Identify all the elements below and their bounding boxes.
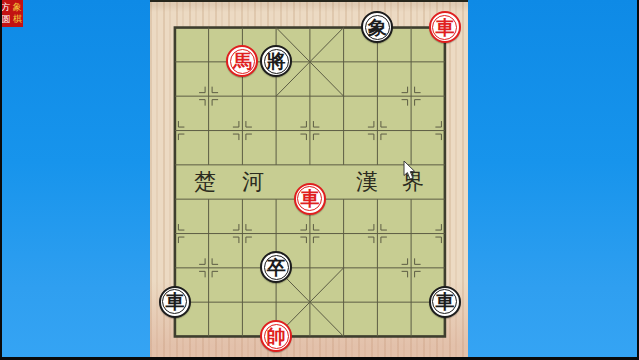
video-edge-left [0, 0, 2, 360]
piece-character: 車 [435, 18, 454, 37]
piece-character: 馬 [233, 52, 252, 71]
piece-character: 象 [368, 18, 387, 37]
piece-character: 車 [435, 292, 454, 311]
piece-character: 將 [267, 52, 286, 71]
mouse-cursor-icon [403, 161, 416, 180]
logo-char: 方 [1, 3, 10, 12]
piece-character: 車 [165, 292, 184, 311]
piece-red-general[interactable]: 帥 [260, 320, 292, 352]
piece-black-chariot-a[interactable]: 車 [159, 286, 191, 318]
logo-char: 象 [13, 3, 22, 12]
piece-grid: 象車馬將車卒車車帥 [158, 10, 462, 353]
intersection-f4-r2: 將 [259, 44, 293, 78]
intersection-f4-r8: 卒 [259, 250, 293, 284]
screen: 楚 河 漢 界 象車馬將車卒車車帥 方 象 圆 棋 [0, 0, 639, 360]
intersection-f9-r9: 車 [428, 285, 462, 319]
piece-black-soldier[interactable]: 卒 [260, 251, 292, 283]
intersection-f4-r10: 帥 [259, 319, 293, 353]
intersection-f1-r9: 車 [158, 285, 192, 319]
piece-black-general[interactable]: 將 [260, 45, 292, 77]
piece-red-chariot-b[interactable]: 車 [294, 183, 326, 215]
piece-character: 卒 [267, 258, 286, 277]
intersection-f5-r6: 車 [293, 182, 327, 216]
piece-black-chariot-b[interactable]: 車 [429, 286, 461, 318]
piece-character: 車 [300, 189, 319, 208]
piece-red-chariot-a[interactable]: 車 [429, 11, 461, 43]
piece-black-elephant[interactable]: 象 [361, 11, 393, 43]
logo-char: 圆 [1, 15, 10, 24]
intersection-f7-r1: 象 [361, 10, 395, 44]
piece-red-horse[interactable]: 馬 [226, 45, 258, 77]
piece-character: 帥 [267, 327, 286, 346]
intersection-f3-r2: 馬 [226, 44, 260, 78]
intersection-f9-r1: 車 [428, 10, 462, 44]
logo-badge: 方 象 圆 棋 [0, 0, 23, 27]
logo-char: 棋 [13, 15, 22, 24]
